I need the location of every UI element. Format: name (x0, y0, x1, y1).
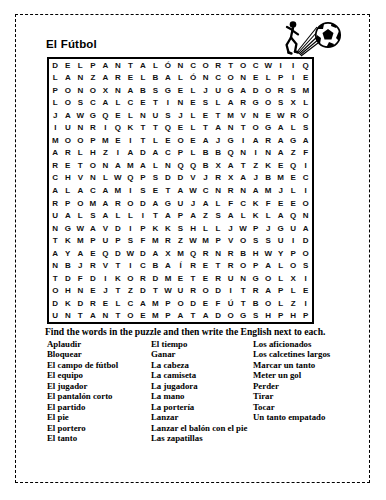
word-item: Lanzar (151, 412, 253, 422)
grid-cell: P (274, 309, 287, 322)
grid-cell: L (74, 209, 87, 222)
grid-cell: L (199, 222, 212, 235)
grid-cell: Q (287, 159, 300, 172)
grid-cell: M (299, 84, 312, 97)
grid-cell: N (162, 159, 175, 172)
grid-cell: A (74, 247, 87, 260)
grid-cell: W (187, 184, 200, 197)
grid-cell: H (287, 309, 300, 322)
word-item: Tirar (253, 391, 371, 401)
grid-cell: K (249, 197, 262, 210)
grid-cell: A (274, 147, 287, 160)
grid-cell: V (187, 172, 200, 185)
grid-cell: H (62, 172, 75, 185)
word-item: Los calcetines largos (253, 349, 371, 359)
grid-cell: N (137, 109, 150, 122)
grid-cell: O (287, 259, 300, 272)
grid-cell: M (87, 197, 100, 210)
grid-cell: L (149, 134, 162, 147)
grid-cell: O (237, 259, 250, 272)
grid-cell: C (199, 184, 212, 197)
grid-cell: M (99, 134, 112, 147)
grid-cell: Q (187, 247, 200, 260)
grid-cell: V (224, 234, 237, 247)
grid-cell: F (212, 297, 225, 310)
grid-cell: A (149, 247, 162, 260)
grid-cell: L (274, 259, 287, 272)
grid-cell: P (87, 134, 100, 147)
word-list-column-3: Los aficionadosLos calcetines largosMarc… (253, 339, 371, 423)
grid-cell: M (74, 234, 87, 247)
grid-cell: A (212, 122, 225, 135)
grid-cell: P (174, 209, 187, 222)
grid-cell: R (87, 122, 100, 135)
grid-cell: S (262, 234, 275, 247)
grid-cell: Z (87, 72, 100, 85)
grid-cell: I (237, 134, 250, 147)
grid-cell: W (262, 59, 275, 72)
grid-cell: A (99, 197, 112, 210)
grid-cell: B (62, 259, 75, 272)
grid-cell: L (74, 59, 87, 72)
grid-cell: P (174, 147, 187, 160)
grid-cell: R (49, 197, 62, 210)
grid-cell: M (149, 234, 162, 247)
grid-cell: I (124, 184, 137, 197)
grid-cell: M (149, 297, 162, 310)
page-title: El Fútbol (46, 38, 97, 50)
grid-cell: N (237, 147, 250, 160)
grid-cell: T (187, 309, 200, 322)
grid-cell: L (112, 97, 125, 110)
grid-cell: R (224, 247, 237, 260)
grid-cell: L (262, 72, 275, 85)
grid-cell: B (199, 147, 212, 160)
grid-cell: C (87, 184, 100, 197)
word-list-column-2: El tiempoGanarLa cabezaLa camisetaLa jug… (151, 339, 253, 444)
grid-cell: G (224, 134, 237, 147)
grid-cell: A (62, 109, 75, 122)
grid-cell: S (149, 84, 162, 97)
grid-cell: I (124, 222, 137, 235)
grid-cell: Z (287, 147, 300, 160)
word-item: Un tanto empatado (253, 412, 371, 422)
grid-cell: L (62, 184, 75, 197)
grid-cell: D (137, 284, 150, 297)
grid-cell: U (49, 209, 62, 222)
grid-cell: F (299, 147, 312, 160)
grid-cell: I (162, 97, 175, 110)
grid-cell: H (249, 247, 262, 260)
grid-cell: I (299, 272, 312, 285)
grid-cell: T (74, 159, 87, 172)
grid-cell: U (99, 234, 112, 247)
grid-cell: O (124, 309, 137, 322)
grid-cell: D (137, 147, 150, 160)
grid-cell: J (99, 284, 112, 297)
grid-cell: E (287, 172, 300, 185)
grid-cell: T (149, 97, 162, 110)
grid-cell: I (287, 72, 300, 85)
grid-cell: A (87, 309, 100, 322)
grid-cell: W (74, 222, 87, 235)
grid-cell: E (99, 297, 112, 310)
grid-cell: O (124, 197, 137, 210)
grid-cell: L (187, 109, 200, 122)
grid-cell: G (224, 84, 237, 97)
grid-cell: D (49, 59, 62, 72)
grid-cell: K (124, 122, 137, 135)
grid-cell: O (124, 272, 137, 285)
grid-cell: Z (199, 209, 212, 222)
grid-cell: N (262, 147, 275, 160)
grid-cell: T (237, 284, 250, 297)
grid-cell: O (299, 247, 312, 260)
grid-cell: B (137, 84, 150, 97)
word-item: La jugadora (151, 381, 253, 391)
grid-cell: A (99, 97, 112, 110)
grid-cell: L (112, 297, 125, 310)
grid-cell: A (224, 209, 237, 222)
grid-cell: I (274, 59, 287, 72)
grid-cell: A (237, 172, 250, 185)
grid-cell: L (212, 197, 225, 210)
grid-cell: P (49, 84, 62, 97)
grid-cell: G (162, 84, 175, 97)
grid-cell: B (262, 172, 275, 185)
grid-cell: A (149, 147, 162, 160)
grid-cell: T (149, 284, 162, 297)
grid-cell: T (187, 272, 200, 285)
grid-cell: A (274, 134, 287, 147)
grid-cell: F (74, 272, 87, 285)
grid-cell: D (162, 172, 175, 185)
grid-cell: A (262, 259, 275, 272)
grid-cell: H (262, 309, 275, 322)
grid-cell: A (174, 184, 187, 197)
grid-cell: S (174, 222, 187, 235)
grid-cell: U (174, 197, 187, 210)
grid-cell: M (262, 184, 275, 197)
word-item: El campo de fútbol (47, 360, 149, 370)
grid-cell: S (274, 97, 287, 110)
grid-cell: I (287, 59, 300, 72)
grid-cell: Z (287, 297, 300, 310)
grid-cell: P (162, 309, 175, 322)
grid-cell: U (287, 222, 300, 235)
grid-cell: T (112, 309, 125, 322)
word-item: Bloquear (47, 349, 149, 359)
grid-cell: A (49, 184, 62, 197)
grid-cell: J (224, 222, 237, 235)
grid-cell: L (212, 97, 225, 110)
word-item: La portería (151, 402, 253, 412)
grid-cell: U (174, 284, 187, 297)
grid-cell: M (49, 134, 62, 147)
grid-cell: D (137, 197, 150, 210)
word-item: La mano (151, 391, 253, 401)
grid-cell: T (137, 134, 150, 147)
word-item: Perder (253, 381, 371, 391)
word-item: El jugador (47, 381, 149, 391)
grid-cell: S (162, 109, 175, 122)
grid-cell: A (99, 184, 112, 197)
grid-cell: P (137, 222, 150, 235)
grid-cell: E (199, 297, 212, 310)
grid-cell: C (249, 59, 262, 72)
grid-cell: P (87, 59, 100, 72)
word-item: Aplaudir (47, 339, 149, 349)
grid-cell: P (212, 234, 225, 247)
grid-cell: E (299, 72, 312, 85)
grid-cell: R (187, 284, 200, 297)
grid-cell: P (249, 222, 262, 235)
grid-cell: W (124, 247, 137, 260)
grid-cell: B (149, 72, 162, 85)
grid-cell: S (87, 209, 100, 222)
grid-cell: C (87, 97, 100, 110)
grid-cell: O (49, 284, 62, 297)
grid-cell: F (224, 197, 237, 210)
grid-cell: V (99, 259, 112, 272)
grid-cell: R (137, 272, 150, 285)
word-item: La camiseta (151, 370, 253, 380)
grid-cell: E (199, 109, 212, 122)
grid-cell: X (224, 172, 237, 185)
grid-cell: N (249, 109, 262, 122)
grid-cell: V (99, 222, 112, 235)
grid-cell: A (162, 209, 175, 222)
grid-cell: D (49, 297, 62, 310)
grid-cell: N (237, 184, 250, 197)
grid-cell: T (137, 122, 150, 135)
grid-cell: L (187, 147, 200, 160)
grid-cell: O (199, 59, 212, 72)
grid-cell: J (199, 172, 212, 185)
grid-cell: A (49, 247, 62, 260)
grid-cell: O (74, 197, 87, 210)
word-search-grid: DELPANTALÓNCORTOCWIIQLANZARELBALÓNCONELP… (47, 57, 314, 324)
grid-cell: K (262, 159, 275, 172)
grid-cell: J (212, 134, 225, 147)
grid-cell: E (274, 197, 287, 210)
grid-cell: N (199, 72, 212, 85)
grid-cell: B (237, 247, 250, 260)
word-item: Tocar (253, 402, 371, 412)
worksheet-page: El Fútbol (0, 0, 386, 500)
grid-cell: N (212, 184, 225, 197)
grid-cell: E (174, 84, 187, 97)
grid-cell: O (262, 297, 275, 310)
grid-cell: I (137, 209, 150, 222)
grid-cell: R (237, 97, 250, 110)
grid-cell: A (124, 147, 137, 160)
grid-cell: M (149, 309, 162, 322)
grid-cell: E (149, 184, 162, 197)
grid-cell: I (49, 122, 62, 135)
grid-cell: G (274, 222, 287, 235)
grid-cell: R (212, 172, 225, 185)
grid-cell: L (287, 184, 300, 197)
grid-cell: W (112, 172, 125, 185)
grid-cell: O (174, 297, 187, 310)
grid-cell: A (299, 222, 312, 235)
word-item: El portero (47, 423, 149, 433)
grid-cell: B (149, 259, 162, 272)
grid-cell: K (62, 297, 75, 310)
grid-cell: N (74, 84, 87, 97)
grid-cell: T (49, 234, 62, 247)
grid-cell: A (237, 84, 250, 97)
grid-cell: Q (124, 172, 137, 185)
grid-cell: L (187, 122, 200, 135)
grid-cell: L (262, 209, 275, 222)
grid-cell: A (62, 209, 75, 222)
grid-cell: A (162, 259, 175, 272)
grid-cell: O (87, 159, 100, 172)
grid-cell: U (212, 84, 225, 97)
word-item: Lanzar el balón con el pie (151, 423, 253, 433)
grid-cell: L (112, 209, 125, 222)
grid-cell: Z (99, 147, 112, 160)
grid-cell: G (87, 109, 100, 122)
grid-cell: H (62, 284, 75, 297)
grid-cell: C (299, 172, 312, 185)
grid-cell: E (112, 134, 125, 147)
grid-cell: N (49, 222, 62, 235)
grid-cell: M (174, 247, 187, 260)
grid-cell: G (237, 309, 250, 322)
grid-cell: N (87, 172, 100, 185)
grid-cell: P (162, 297, 175, 310)
grid-cell: Ú (224, 297, 237, 310)
grid-cell: A (74, 184, 87, 197)
grid-cell: K (62, 234, 75, 247)
grid-cell: E (187, 134, 200, 147)
grid-cell: A (124, 84, 137, 97)
grid-cell: E (287, 197, 300, 210)
grid-cell: S (74, 97, 87, 110)
grid-cell: R (87, 259, 100, 272)
grid-cell: E (62, 159, 75, 172)
grid-cell: L (274, 272, 287, 285)
grid-cell: L (149, 159, 162, 172)
grid-cell: A (274, 122, 287, 135)
grid-cell: A (249, 184, 262, 197)
grid-cell: R (162, 234, 175, 247)
grid-cell: T (74, 309, 87, 322)
grid-cell: I (299, 297, 312, 310)
word-item: Ganar (151, 349, 253, 359)
grid-cell: E (199, 272, 212, 285)
grid-cell: N (49, 259, 62, 272)
grid-cell: N (174, 97, 187, 110)
grid-cell: B (249, 297, 262, 310)
grid-cell: S (137, 184, 150, 197)
grid-cell: Q (287, 209, 300, 222)
grid-cell: V (74, 172, 87, 185)
grid-cell: S (299, 259, 312, 272)
grid-cell: K (149, 222, 162, 235)
grid-cell: M (124, 159, 137, 172)
soccer-ball-icon (315, 21, 343, 49)
grid-cell: L (287, 284, 300, 297)
grid-cell: E (87, 284, 100, 297)
grid-cell: T (149, 209, 162, 222)
grid-cell: O (237, 59, 250, 72)
grid-cell: L (137, 72, 150, 85)
grid-cell: N (212, 247, 225, 260)
grid-cell: Q (299, 59, 312, 72)
grid-cell: R (49, 159, 62, 172)
grid-cell: O (199, 284, 212, 297)
grid-cell: A (112, 159, 125, 172)
grid-cell: E (174, 272, 187, 285)
grid-cell: N (299, 209, 312, 222)
grid-cell: E (124, 72, 137, 85)
grid-cell: N (62, 309, 75, 322)
grid-cell: O (262, 84, 275, 97)
grid-cell: D (74, 297, 87, 310)
grid-cell: M (112, 184, 125, 197)
grid-cell: C (137, 259, 150, 272)
grid-cell: M (274, 172, 287, 185)
grid-cell: O (299, 109, 312, 122)
word-list-column-1: AplaudirBloquearEl campo de fútbolEl equ… (47, 339, 149, 444)
grid-cell: G (262, 122, 275, 135)
grid-cell: I (99, 122, 112, 135)
grid-cell: F (262, 197, 275, 210)
grid-cell: G (162, 197, 175, 210)
grid-cell: R (224, 184, 237, 197)
grid-cell: I (287, 234, 300, 247)
grid-cell: T (124, 59, 137, 72)
grid-cell: Z (124, 284, 137, 297)
word-item: Marcar un tanto (253, 360, 371, 370)
grid-cell: A (62, 72, 75, 85)
grid-cell: O (62, 134, 75, 147)
word-item: El tiempo (151, 339, 253, 349)
grid-cell: L (124, 209, 137, 222)
grid-cell: R (249, 284, 262, 297)
grid-cell: E (87, 247, 100, 260)
grid-cell: O (62, 84, 75, 97)
grid-cell: Z (174, 234, 187, 247)
grid-cell: T (237, 297, 250, 310)
grid-cell: L (237, 209, 250, 222)
grid-cell: N (112, 59, 125, 72)
grid-cell: A (274, 209, 287, 222)
grid-cell: J (199, 84, 212, 97)
grid-cell: I (224, 284, 237, 297)
grid-cell: A (162, 72, 175, 85)
grid-cell: G (62, 222, 75, 235)
grid-cell: A (174, 309, 187, 322)
grid-cell: P (62, 197, 75, 210)
grid-cell: U (274, 234, 287, 247)
grid-cell: C (187, 59, 200, 72)
grid-cell: A (262, 284, 275, 297)
grid-cell: V (237, 109, 250, 122)
grid-cell: Z (249, 159, 262, 172)
grid-cell: U (149, 109, 162, 122)
grid-cell: Q (174, 159, 187, 172)
grid-cell: L (49, 72, 62, 85)
grid-cell: N (174, 59, 187, 72)
grid-cell: M (224, 109, 237, 122)
grid-cell: E (162, 134, 175, 147)
grid-cell: O (174, 134, 187, 147)
